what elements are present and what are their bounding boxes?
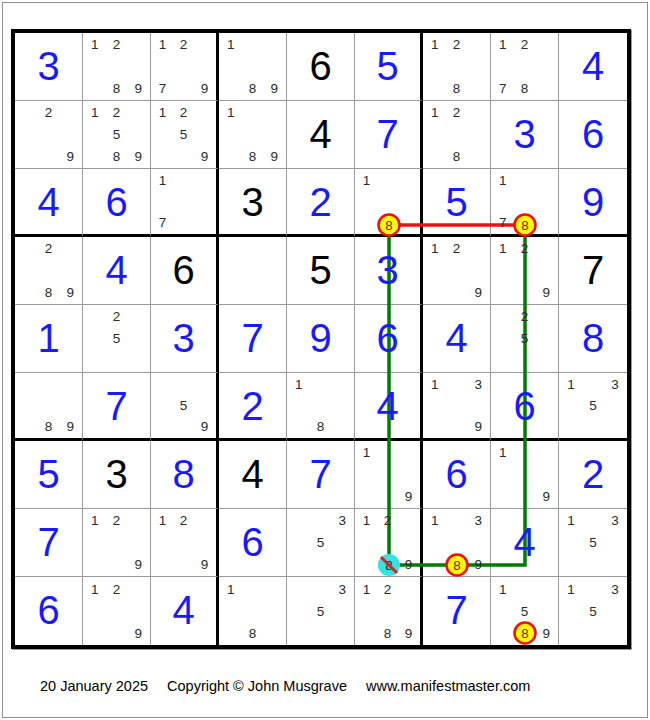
candidate-3: 3 xyxy=(331,510,353,532)
candidate-8: 8 xyxy=(514,77,536,99)
cell-r2c2[interactable]: 12589 xyxy=(83,101,151,169)
solved-digit: 7 xyxy=(15,509,82,576)
candidate-1: 1 xyxy=(84,34,106,56)
cell-r7c9[interactable]: 2 xyxy=(559,441,627,509)
cell-r8c8[interactable]: 4 xyxy=(491,509,559,577)
candidates: 1289 xyxy=(84,34,149,99)
cell-r2c8[interactable]: 3 xyxy=(491,101,559,169)
cell-r5c8[interactable]: 25 xyxy=(491,305,559,373)
candidate-8: 8 xyxy=(377,212,398,233)
cell-r7c8[interactable]: 19 xyxy=(491,441,559,509)
cell-r5c3[interactable]: 3 xyxy=(151,305,219,373)
solved-digit: 6 xyxy=(15,577,82,645)
candidates: 25 xyxy=(492,306,557,371)
candidate-8: 8 xyxy=(446,553,468,575)
candidate-2: 2 xyxy=(446,102,468,124)
cell-r2c7[interactable]: 128 xyxy=(423,101,491,169)
cell-r8c4[interactable]: 6 xyxy=(219,509,287,577)
cell-r2c9[interactable]: 6 xyxy=(559,101,627,169)
candidates: 1289 xyxy=(356,578,419,644)
candidates: 129 xyxy=(152,510,215,575)
solved-digit: 3 xyxy=(15,33,82,100)
candidate-7: 7 xyxy=(152,212,173,233)
cell-r5c5[interactable]: 9 xyxy=(287,305,355,373)
solved-digit: 5 xyxy=(423,169,490,234)
cell-r3c1[interactable]: 4 xyxy=(15,169,83,237)
candidate-1: 1 xyxy=(152,170,173,191)
candidate-1: 1 xyxy=(424,34,446,56)
candidates: 129 xyxy=(84,578,149,644)
footer: 20 January 2025 Copyright © John Musgrav… xyxy=(40,678,530,694)
solved-digit: 6 xyxy=(491,373,558,438)
solved-digit: 2 xyxy=(219,373,286,438)
solved-digit: 4 xyxy=(151,577,216,645)
candidate-5: 5 xyxy=(173,395,194,416)
cell-r1c6[interactable]: 5 xyxy=(355,33,423,101)
given-digit: 5 xyxy=(287,237,354,304)
footer-website: www.manifestmaster.com xyxy=(366,678,530,694)
candidate-9: 9 xyxy=(263,145,285,167)
candidate-5: 5 xyxy=(106,124,128,146)
solved-digit: 9 xyxy=(559,169,627,234)
cell-r4c6[interactable]: 3 xyxy=(355,237,423,305)
cell-r7c3[interactable]: 8 xyxy=(151,441,219,509)
cell-r1c2[interactable]: 1289 xyxy=(83,33,151,101)
cell-r4c4[interactable] xyxy=(219,237,287,305)
candidate-5: 5 xyxy=(582,600,604,622)
cell-r1c3[interactable]: 1279 xyxy=(151,33,219,101)
cell-r4c5[interactable]: 5 xyxy=(287,237,355,305)
candidate-9: 9 xyxy=(535,485,557,507)
cell-r3c4[interactable]: 3 xyxy=(219,169,287,237)
candidate-2: 2 xyxy=(377,578,398,600)
candidate-1: 1 xyxy=(152,510,173,532)
candidate-9: 9 xyxy=(59,281,81,303)
candidates: 135 xyxy=(560,578,626,644)
candidate-1: 1 xyxy=(152,102,173,124)
footer-date: 20 January 2025 xyxy=(40,678,148,694)
candidate-9: 9 xyxy=(127,553,149,575)
candidate-8: 8 xyxy=(38,281,60,303)
cell-r1c5[interactable]: 6 xyxy=(287,33,355,101)
cell-r2c3[interactable]: 1259 xyxy=(151,101,219,169)
cell-r7c5[interactable]: 7 xyxy=(287,441,355,509)
cell-r5c7[interactable]: 4 xyxy=(423,305,491,373)
candidates: 12589 xyxy=(84,102,149,167)
candidate-1: 1 xyxy=(356,442,377,464)
candidate-9: 9 xyxy=(535,622,557,644)
candidate-8: 8 xyxy=(446,77,468,99)
candidate-9: 9 xyxy=(194,145,215,167)
cell-r6c9[interactable]: 135 xyxy=(559,373,627,441)
candidate-1: 1 xyxy=(492,578,514,600)
candidate-1: 1 xyxy=(84,102,106,124)
cell-r1c4[interactable]: 189 xyxy=(219,33,287,101)
candidate-2: 2 xyxy=(106,578,128,600)
solved-digit: 7 xyxy=(423,577,490,645)
candidate-3: 3 xyxy=(604,374,626,395)
cell-r8c3[interactable]: 129 xyxy=(151,509,219,577)
solved-digit: 6 xyxy=(559,101,627,168)
candidate-3: 3 xyxy=(467,510,489,532)
cell-r7c7[interactable]: 6 xyxy=(423,441,491,509)
candidate-1: 1 xyxy=(560,510,582,532)
candidate-1: 1 xyxy=(492,238,514,260)
candidates: 1289 xyxy=(356,510,419,575)
solved-digit: 6 xyxy=(355,305,420,372)
solved-digit: 2 xyxy=(287,169,354,234)
candidate-2: 2 xyxy=(106,34,128,56)
candidate-1: 1 xyxy=(84,578,106,600)
candidates: 35 xyxy=(288,510,353,575)
solved-digit: 4 xyxy=(15,169,82,234)
solved-digit: 5 xyxy=(355,33,420,100)
candidate-1: 1 xyxy=(424,374,446,395)
cell-r5c9[interactable]: 8 xyxy=(559,305,627,373)
candidate-8: 8 xyxy=(514,622,536,644)
cell-r4c1[interactable]: 289 xyxy=(15,237,83,305)
candidate-3: 3 xyxy=(331,578,353,600)
candidate-2: 2 xyxy=(377,510,398,532)
cell-r4c3[interactable]: 6 xyxy=(151,237,219,305)
candidates: 89 xyxy=(16,374,81,437)
cell-r6c7[interactable]: 139 xyxy=(423,373,491,441)
solved-digit: 7 xyxy=(355,101,420,168)
candidate-5: 5 xyxy=(582,532,604,554)
candidate-8: 8 xyxy=(377,622,398,644)
page: 3128912791896512812784291258912591894712… xyxy=(0,0,650,720)
given-digit: 4 xyxy=(219,441,286,508)
solved-digit: 4 xyxy=(423,305,490,372)
candidates xyxy=(220,238,285,303)
cell-r6c3[interactable]: 59 xyxy=(151,373,219,441)
candidate-2: 2 xyxy=(514,34,536,56)
candidate-1: 1 xyxy=(424,510,446,532)
footer-copyright: Copyright © John Musgrave xyxy=(167,678,347,694)
cell-r4c7[interactable]: 129 xyxy=(423,237,491,305)
sudoku-board: 3128912791896512812784291258912591894712… xyxy=(11,29,631,649)
cell-r5c1[interactable]: 1 xyxy=(15,305,83,373)
candidate-2: 2 xyxy=(173,34,194,56)
candidate-9: 9 xyxy=(467,281,489,303)
cell-r9c4[interactable]: 18 xyxy=(219,577,287,645)
candidate-1: 1 xyxy=(356,510,377,532)
candidate-8: 8 xyxy=(242,77,264,99)
cell-r7c1[interactable]: 5 xyxy=(15,441,83,509)
candidate-9: 9 xyxy=(127,622,149,644)
cell-r3c7[interactable]: 5 xyxy=(423,169,491,237)
candidates: 18 xyxy=(288,374,353,437)
solved-digit: 6 xyxy=(219,509,286,576)
cell-r5c2[interactable]: 25 xyxy=(83,305,151,373)
candidate-2: 2 xyxy=(38,102,60,124)
candidates: 35 xyxy=(288,578,353,644)
candidate-2: 2 xyxy=(173,102,194,124)
cell-r2c6[interactable]: 7 xyxy=(355,101,423,169)
candidates: 129 xyxy=(424,238,489,303)
candidate-8: 8 xyxy=(377,553,398,575)
candidate-3: 3 xyxy=(604,510,626,532)
cell-r9c3[interactable]: 4 xyxy=(151,577,219,645)
solved-digit: 7 xyxy=(83,373,150,438)
candidate-9: 9 xyxy=(194,416,215,437)
candidates: 178 xyxy=(492,170,557,233)
candidate-1: 1 xyxy=(560,374,582,395)
cell-r9c1[interactable]: 6 xyxy=(15,577,83,645)
solved-digit: 6 xyxy=(423,441,490,508)
solved-digit: 7 xyxy=(287,441,354,508)
cell-r1c1[interactable]: 3 xyxy=(15,33,83,101)
cell-r2c4[interactable]: 189 xyxy=(219,101,287,169)
candidate-8: 8 xyxy=(446,145,468,167)
cell-r7c6[interactable]: 19 xyxy=(355,441,423,509)
candidate-8: 8 xyxy=(242,145,264,167)
solved-digit: 7 xyxy=(219,305,286,372)
candidate-1: 1 xyxy=(288,374,310,395)
candidates: 139 xyxy=(424,374,489,437)
cell-r9c2[interactable]: 129 xyxy=(83,577,151,645)
cell-r9c8[interactable]: 1589 xyxy=(491,577,559,645)
cell-r1c7[interactable]: 128 xyxy=(423,33,491,101)
cell-r6c1[interactable]: 89 xyxy=(15,373,83,441)
solved-digit: 4 xyxy=(83,237,150,304)
cell-r7c4[interactable]: 4 xyxy=(219,441,287,509)
candidate-1: 1 xyxy=(152,34,173,56)
candidate-8: 8 xyxy=(106,77,128,99)
candidate-9: 9 xyxy=(398,485,419,507)
candidate-9: 9 xyxy=(194,77,215,99)
candidate-9: 9 xyxy=(467,553,489,575)
cell-r6c8[interactable]: 6 xyxy=(491,373,559,441)
candidate-9: 9 xyxy=(535,281,557,303)
solved-digit: 3 xyxy=(151,305,216,372)
candidates: 128 xyxy=(424,34,489,99)
given-digit: 4 xyxy=(287,101,354,168)
candidate-1: 1 xyxy=(424,238,446,260)
candidate-9: 9 xyxy=(127,77,149,99)
cell-r3c2[interactable]: 6 xyxy=(83,169,151,237)
candidate-1: 1 xyxy=(220,578,242,600)
cell-r8c7[interactable]: 1389 xyxy=(423,509,491,577)
solved-digit: 3 xyxy=(491,101,558,168)
cell-r6c5[interactable]: 18 xyxy=(287,373,355,441)
cell-r9c9[interactable]: 135 xyxy=(559,577,627,645)
candidate-1: 1 xyxy=(220,102,242,124)
candidate-2: 2 xyxy=(446,238,468,260)
given-digit: 6 xyxy=(287,33,354,100)
cell-r7c2[interactable]: 3 xyxy=(83,441,151,509)
candidate-8: 8 xyxy=(38,416,60,437)
candidate-8: 8 xyxy=(514,212,536,233)
solved-digit: 8 xyxy=(559,305,627,372)
candidate-2: 2 xyxy=(514,306,536,328)
solved-digit: 9 xyxy=(287,305,354,372)
candidate-2: 2 xyxy=(106,510,128,532)
candidate-7: 7 xyxy=(492,212,514,233)
candidates: 128 xyxy=(424,102,489,167)
candidate-2: 2 xyxy=(38,238,60,260)
candidates: 135 xyxy=(560,510,626,575)
candidate-1: 1 xyxy=(560,578,582,600)
cell-r9c6[interactable]: 1289 xyxy=(355,577,423,645)
candidate-5: 5 xyxy=(582,395,604,416)
solved-digit: 3 xyxy=(355,237,420,304)
candidate-2: 2 xyxy=(106,306,128,328)
cell-r6c6[interactable]: 4 xyxy=(355,373,423,441)
candidate-9: 9 xyxy=(398,553,419,575)
candidate-5: 5 xyxy=(310,532,332,554)
cell-r2c5[interactable]: 4 xyxy=(287,101,355,169)
candidate-5: 5 xyxy=(106,328,128,350)
solved-digit: 4 xyxy=(355,373,420,438)
candidates: 129 xyxy=(492,238,557,303)
candidates: 19 xyxy=(356,442,419,507)
cell-r8c6[interactable]: 1289 xyxy=(355,509,423,577)
candidate-5: 5 xyxy=(514,328,536,350)
cell-r4c8[interactable]: 129 xyxy=(491,237,559,305)
candidates: 19 xyxy=(492,442,557,507)
solved-digit: 1 xyxy=(15,305,82,372)
candidate-8: 8 xyxy=(106,145,128,167)
cell-r9c5[interactable]: 35 xyxy=(287,577,355,645)
candidate-9: 9 xyxy=(398,622,419,644)
cell-r4c9[interactable]: 7 xyxy=(559,237,627,305)
cell-r5c4[interactable]: 7 xyxy=(219,305,287,373)
candidate-5: 5 xyxy=(514,600,536,622)
cell-r8c2[interactable]: 129 xyxy=(83,509,151,577)
candidates: 29 xyxy=(16,102,81,167)
cell-r4c2[interactable]: 4 xyxy=(83,237,151,305)
candidates: 1279 xyxy=(152,34,215,99)
cell-r1c9[interactable]: 4 xyxy=(559,33,627,101)
cell-r3c9[interactable]: 9 xyxy=(559,169,627,237)
cell-r8c9[interactable]: 135 xyxy=(559,509,627,577)
candidate-1: 1 xyxy=(356,578,377,600)
candidate-3: 3 xyxy=(467,374,489,395)
cell-r3c3[interactable]: 17 xyxy=(151,169,219,237)
candidates: 1259 xyxy=(152,102,215,167)
candidates: 1278 xyxy=(492,34,557,99)
candidate-1: 1 xyxy=(84,510,106,532)
candidates: 18 xyxy=(220,578,285,644)
candidate-1: 1 xyxy=(492,34,514,56)
candidate-3: 3 xyxy=(604,578,626,600)
candidate-9: 9 xyxy=(127,145,149,167)
candidate-2: 2 xyxy=(446,34,468,56)
candidate-8: 8 xyxy=(242,622,264,644)
candidate-9: 9 xyxy=(263,77,285,99)
candidate-9: 9 xyxy=(467,416,489,437)
candidates: 25 xyxy=(84,306,149,371)
solved-digit: 8 xyxy=(151,441,216,508)
candidate-7: 7 xyxy=(492,77,514,99)
cell-r2c1[interactable]: 29 xyxy=(15,101,83,169)
candidate-9: 9 xyxy=(194,553,215,575)
candidate-2: 2 xyxy=(514,238,536,260)
solved-digit: 2 xyxy=(559,441,627,508)
candidate-1: 1 xyxy=(492,442,514,464)
cell-r6c4[interactable]: 2 xyxy=(219,373,287,441)
given-digit: 3 xyxy=(219,169,286,234)
candidates: 1389 xyxy=(424,510,489,575)
candidates: 1589 xyxy=(492,578,557,644)
cell-r8c5[interactable]: 35 xyxy=(287,509,355,577)
given-digit: 7 xyxy=(559,237,627,304)
candidates: 129 xyxy=(84,510,149,575)
solved-digit: 6 xyxy=(83,169,150,234)
candidate-1: 1 xyxy=(424,102,446,124)
cell-r3c8[interactable]: 178 xyxy=(491,169,559,237)
candidates: 135 xyxy=(560,374,626,437)
candidates: 18 xyxy=(356,170,419,233)
candidate-1: 1 xyxy=(220,34,242,56)
cell-r3c6[interactable]: 18 xyxy=(355,169,423,237)
candidates: 59 xyxy=(152,374,215,437)
candidate-7: 7 xyxy=(152,77,173,99)
solved-digit: 5 xyxy=(15,441,82,508)
candidate-5: 5 xyxy=(173,124,194,146)
candidate-9: 9 xyxy=(59,416,81,437)
solved-digit: 4 xyxy=(559,33,627,100)
candidates: 17 xyxy=(152,170,215,233)
candidate-1: 1 xyxy=(492,170,514,191)
solved-digit: 4 xyxy=(491,509,558,576)
candidate-9: 9 xyxy=(59,145,81,167)
cell-r5c6[interactable]: 6 xyxy=(355,305,423,373)
cell-r9c7[interactable]: 7 xyxy=(423,577,491,645)
candidate-5: 5 xyxy=(310,600,332,622)
given-digit: 3 xyxy=(83,441,150,508)
given-digit: 6 xyxy=(151,237,216,304)
candidates: 189 xyxy=(220,34,285,99)
candidate-2: 2 xyxy=(173,510,194,532)
cell-r8c1[interactable]: 7 xyxy=(15,509,83,577)
candidates: 289 xyxy=(16,238,81,303)
candidate-1: 1 xyxy=(356,170,377,191)
cell-r6c2[interactable]: 7 xyxy=(83,373,151,441)
cell-r3c5[interactable]: 2 xyxy=(287,169,355,237)
candidates: 189 xyxy=(220,102,285,167)
cell-r1c8[interactable]: 1278 xyxy=(491,33,559,101)
candidate-8: 8 xyxy=(310,416,332,437)
candidate-2: 2 xyxy=(106,102,128,124)
